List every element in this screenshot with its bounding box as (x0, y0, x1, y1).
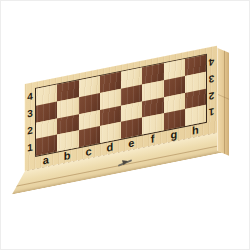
chess-box: 4321 4321 abcdefgh (25, 46, 217, 192)
rank-label-right-3: 3 (206, 68, 217, 87)
product-photo: 4321 4321 abcdefgh (0, 0, 250, 250)
clasp-icon (118, 157, 134, 168)
rank-labels-right: 4321 (206, 52, 217, 121)
rank-labels-left: 4321 (25, 88, 35, 157)
rank-label-right-4: 4 (206, 52, 217, 71)
box-right-side-face (217, 48, 229, 156)
rank-label-right-1: 1 (206, 102, 217, 121)
rank-label-left-1: 1 (25, 138, 35, 157)
